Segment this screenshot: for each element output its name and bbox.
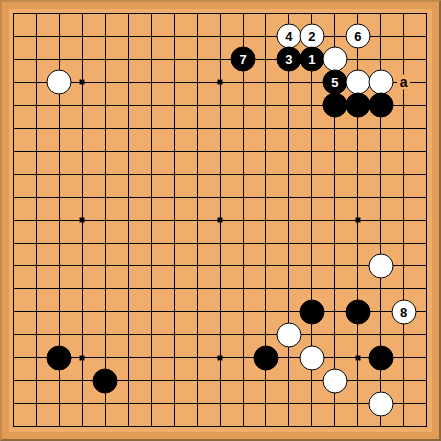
go-stone-black (93, 368, 118, 393)
go-stone-black (345, 93, 370, 118)
move-number-label: 3 (285, 53, 292, 66)
go-stone-black: 7 (231, 47, 256, 72)
move-number-label: 2 (308, 30, 315, 43)
move-number-label: 1 (308, 53, 315, 66)
go-stone-black (345, 299, 370, 324)
star-point (80, 355, 85, 360)
go-stone-white (322, 47, 347, 72)
grid-line-vertical (426, 13, 427, 427)
go-stone-white (368, 70, 393, 95)
go-stone-white (368, 391, 393, 416)
go-stone-white: 4 (276, 24, 301, 49)
star-point (218, 80, 223, 85)
grid-line-horizontal (13, 403, 427, 404)
letter-label: a (397, 75, 411, 90)
go-board: 42673158a (0, 0, 441, 441)
go-stone-black (368, 345, 393, 370)
go-stone-black (322, 93, 347, 118)
go-stone-white (47, 70, 72, 95)
go-stone-white (322, 368, 347, 393)
grid-line-vertical (243, 13, 244, 427)
go-stone-black (47, 345, 72, 370)
go-stone-black (368, 93, 393, 118)
go-stone-black (253, 345, 278, 370)
star-point (355, 218, 360, 223)
star-point (355, 355, 360, 360)
move-number-label: 4 (285, 30, 292, 43)
go-stone-white: 6 (345, 24, 370, 49)
move-number-label: 6 (354, 30, 361, 43)
star-point (80, 218, 85, 223)
star-point (80, 80, 85, 85)
grid-line-horizontal (13, 380, 427, 381)
grid-line-vertical (288, 13, 289, 427)
star-point (218, 355, 223, 360)
go-stone-black: 1 (299, 47, 324, 72)
go-stone-black (299, 299, 324, 324)
go-stone-white (276, 322, 301, 347)
go-stone-white (368, 253, 393, 278)
grid-line-horizontal (13, 243, 427, 244)
grid-line-horizontal (13, 426, 427, 427)
go-stone-white (299, 345, 324, 370)
go-stone-black: 5 (322, 70, 347, 95)
go-stone-white: 2 (299, 24, 324, 49)
grid-line-horizontal (13, 265, 427, 266)
go-stone-white (345, 70, 370, 95)
move-number-label: 7 (239, 53, 246, 66)
move-number-label: 8 (400, 305, 407, 318)
go-stone-white: 8 (391, 299, 416, 324)
move-number-label: 5 (331, 76, 338, 89)
star-point (218, 218, 223, 223)
go-stone-black: 3 (276, 47, 301, 72)
grid-line-horizontal (13, 334, 427, 335)
grid-line-horizontal (13, 288, 427, 289)
